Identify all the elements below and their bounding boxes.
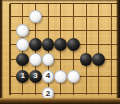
white-stone[interactable] xyxy=(16,38,29,51)
board-grid[interactable]: 1342 xyxy=(4,0,118,102)
intersection[interactable] xyxy=(4,0,17,10)
intersection[interactable] xyxy=(80,86,93,102)
intersection[interactable] xyxy=(92,86,105,102)
intersection[interactable] xyxy=(16,10,29,24)
intersection[interactable] xyxy=(80,67,93,86)
intersection[interactable] xyxy=(67,37,80,52)
move-number: 1 xyxy=(20,72,24,80)
intersection[interactable] xyxy=(67,10,80,24)
intersection[interactable] xyxy=(105,52,118,68)
intersection[interactable] xyxy=(42,24,55,38)
intersection[interactable] xyxy=(54,24,67,38)
intersection[interactable] xyxy=(54,37,67,52)
intersection[interactable] xyxy=(16,86,29,102)
intersection[interactable] xyxy=(4,52,17,68)
intersection[interactable] xyxy=(16,0,29,10)
black-stone[interactable] xyxy=(92,53,105,66)
intersection[interactable] xyxy=(29,52,42,68)
intersection[interactable]: 2 xyxy=(42,86,55,102)
intersection[interactable] xyxy=(67,0,80,10)
black-stone[interactable] xyxy=(80,53,93,66)
intersection[interactable] xyxy=(67,52,80,68)
move-number: 3 xyxy=(33,72,37,80)
intersection[interactable] xyxy=(80,52,93,68)
black-stone[interactable] xyxy=(42,38,55,51)
intersection[interactable] xyxy=(92,37,105,52)
intersection[interactable] xyxy=(54,67,67,86)
intersection[interactable]: 1 xyxy=(16,67,29,86)
intersection[interactable] xyxy=(92,10,105,24)
intersection[interactable] xyxy=(29,0,42,10)
intersection[interactable] xyxy=(29,24,42,38)
intersection[interactable] xyxy=(105,24,118,38)
white-stone[interactable]: 4 xyxy=(42,70,55,83)
intersection[interactable] xyxy=(42,52,55,68)
go-board: 1342 xyxy=(0,0,120,104)
black-stone[interactable] xyxy=(16,53,29,66)
intersection[interactable] xyxy=(80,24,93,38)
intersection[interactable] xyxy=(67,86,80,102)
intersection[interactable] xyxy=(54,0,67,10)
intersection[interactable]: 4 xyxy=(42,67,55,86)
intersection[interactable] xyxy=(29,37,42,52)
intersection[interactable] xyxy=(42,37,55,52)
intersection[interactable] xyxy=(4,67,17,86)
intersection[interactable]: 3 xyxy=(29,67,42,86)
intersection[interactable] xyxy=(105,10,118,24)
intersection[interactable] xyxy=(16,37,29,52)
black-stone[interactable] xyxy=(67,38,80,51)
intersection[interactable] xyxy=(29,86,42,102)
intersection[interactable] xyxy=(92,24,105,38)
intersection[interactable] xyxy=(29,10,42,24)
intersection[interactable] xyxy=(42,0,55,10)
intersection[interactable] xyxy=(4,86,17,102)
intersection[interactable] xyxy=(105,0,118,10)
intersection[interactable] xyxy=(4,24,17,38)
white-stone[interactable]: 2 xyxy=(42,87,55,100)
intersection[interactable] xyxy=(16,52,29,68)
move-number: 4 xyxy=(46,72,50,80)
white-stone[interactable] xyxy=(29,53,42,66)
white-stone[interactable] xyxy=(42,53,55,66)
intersection[interactable] xyxy=(54,52,67,68)
intersection[interactable] xyxy=(105,37,118,52)
intersection[interactable] xyxy=(80,10,93,24)
intersection[interactable] xyxy=(92,0,105,10)
intersection[interactable] xyxy=(16,24,29,38)
black-stone[interactable] xyxy=(54,38,67,51)
intersection[interactable] xyxy=(67,67,80,86)
intersection[interactable] xyxy=(67,24,80,38)
board-edge-left xyxy=(0,0,3,104)
intersection[interactable] xyxy=(92,67,105,86)
black-stone[interactable]: 3 xyxy=(29,70,42,83)
intersection[interactable] xyxy=(42,10,55,24)
white-stone[interactable] xyxy=(54,70,67,83)
black-stone[interactable] xyxy=(29,38,42,51)
intersection[interactable] xyxy=(54,10,67,24)
intersection[interactable] xyxy=(105,67,118,86)
intersection[interactable] xyxy=(54,86,67,102)
intersection[interactable] xyxy=(92,52,105,68)
white-stone[interactable] xyxy=(16,24,29,37)
intersection[interactable] xyxy=(105,86,118,102)
black-stone[interactable]: 1 xyxy=(16,70,29,83)
move-number: 2 xyxy=(46,90,50,98)
intersection[interactable] xyxy=(4,37,17,52)
intersection[interactable] xyxy=(4,10,17,24)
intersection[interactable] xyxy=(80,0,93,10)
intersection[interactable] xyxy=(80,37,93,52)
white-stone[interactable] xyxy=(29,10,42,23)
white-stone[interactable] xyxy=(67,70,80,83)
